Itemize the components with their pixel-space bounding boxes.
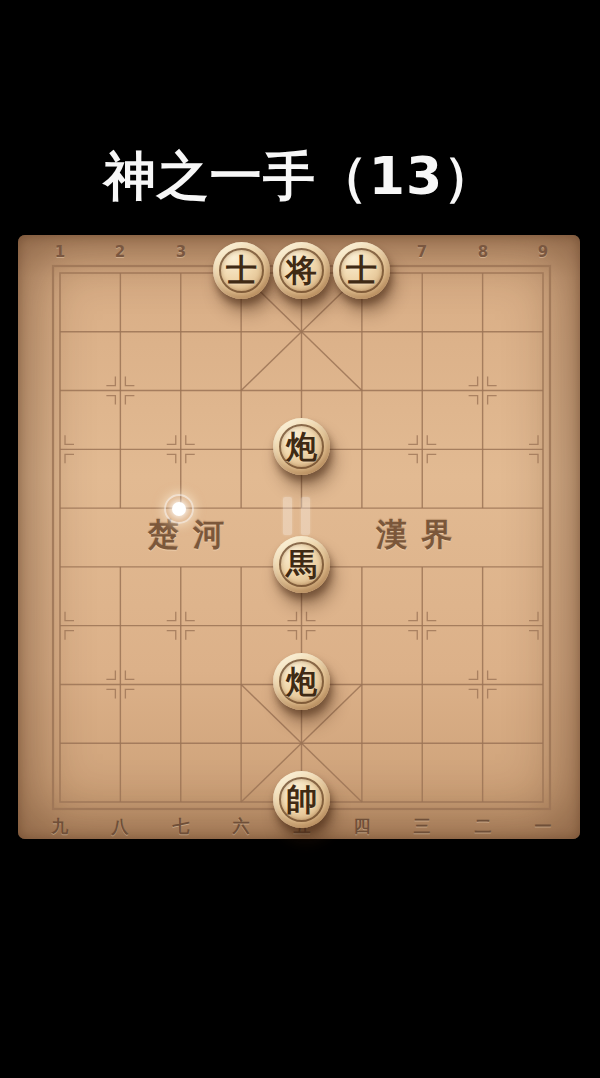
piece-cannon-2[interactable]: 炮 <box>273 653 330 710</box>
file-label-top-7: 7 <box>417 243 427 261</box>
cursor-glow <box>164 494 194 524</box>
xiangqi-board[interactable]: 1 2 3 4 5 6 7 8 9 九 八 七 六 五 四 三 二 一 楚河 漢… <box>18 235 580 839</box>
file-label-bottom-1: 一 <box>535 815 552 838</box>
file-label-top-8: 8 <box>478 243 488 261</box>
pause-icon <box>283 497 310 535</box>
file-label-top-3: 3 <box>176 243 186 261</box>
file-label-top-9: 9 <box>538 243 548 261</box>
piece-black-advisor-1[interactable]: 士 <box>213 242 270 299</box>
piece-black-general[interactable]: 将 <box>273 242 330 299</box>
file-label-bottom-8: 八 <box>112 815 129 838</box>
file-label-bottom-7: 七 <box>173 815 190 838</box>
file-label-bottom-9: 九 <box>52 815 69 838</box>
file-label-top-1: 1 <box>55 243 65 261</box>
app-screen: 神之一手（13） 1 2 3 4 5 6 7 8 9 九 八 七 六 五 四 三… <box>0 0 600 1078</box>
piece-black-advisor-2[interactable]: 士 <box>333 242 390 299</box>
file-label-top-2: 2 <box>115 243 125 261</box>
river-text-hanjie: 漢界 <box>362 514 466 556</box>
file-label-bottom-6: 六 <box>233 815 250 838</box>
file-label-bottom-4: 四 <box>354 815 371 838</box>
piece-red-general[interactable]: 帥 <box>273 771 330 828</box>
piece-horse[interactable]: 馬 <box>273 536 330 593</box>
puzzle-title: 神之一手（13） <box>0 144 600 208</box>
piece-cannon-1[interactable]: 炮 <box>273 418 330 475</box>
file-label-bottom-2: 二 <box>475 815 492 838</box>
file-label-bottom-3: 三 <box>414 815 431 838</box>
